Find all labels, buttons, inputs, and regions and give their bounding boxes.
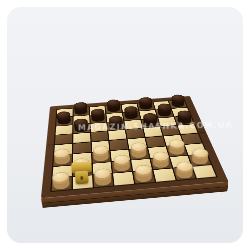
brass-clasp-icon — [68, 161, 96, 186]
dark-piece — [91, 115, 105, 123]
square-r4c4 — [110, 139, 129, 150]
square-r6c1 — [56, 125, 73, 135]
square-r8c2 — [73, 107, 89, 116]
light-piece — [93, 152, 109, 162]
square-r3c5 — [129, 148, 149, 160]
square-r1c3 — [93, 174, 113, 188]
square-r3c3 — [92, 151, 111, 163]
square-r1c5 — [133, 170, 154, 183]
dark-piece — [139, 103, 153, 110]
light-piece — [53, 178, 70, 190]
square-r1c6 — [153, 169, 175, 182]
square-r1c8 — [193, 165, 216, 178]
light-piece — [175, 168, 194, 179]
dark-piece — [107, 105, 121, 112]
square-r4c2 — [73, 142, 91, 153]
light-piece — [131, 149, 148, 159]
square-r2c4 — [112, 160, 132, 173]
dark-piece — [157, 110, 172, 117]
light-piece — [95, 175, 112, 186]
light-piece — [190, 155, 209, 165]
square-r1c7 — [173, 167, 196, 180]
light-piece — [135, 171, 153, 182]
dark-piece — [124, 112, 138, 120]
product-photo-background: MAGAZIN-SHASHKA.COM.UA — [7, 7, 243, 243]
square-r1c4 — [113, 172, 134, 185]
square-r4c6 — [146, 136, 166, 147]
square-r3c7 — [166, 145, 187, 156]
light-piece — [113, 161, 130, 172]
light-piece — [168, 146, 185, 156]
dark-piece — [75, 108, 88, 115]
light-piece — [152, 158, 170, 168]
dark-piece — [58, 117, 72, 125]
square-r2c6 — [151, 157, 172, 169]
clasp-hole — [80, 176, 83, 180]
dark-piece — [170, 101, 185, 108]
